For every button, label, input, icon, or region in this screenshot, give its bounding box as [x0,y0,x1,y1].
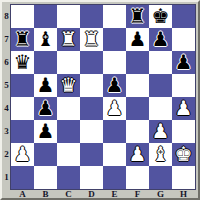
square-d4[interactable] [80,97,103,120]
square-c3[interactable] [57,120,80,143]
black-rook-piece[interactable]: ♜ [126,5,149,28]
black-pawn-piece[interactable]: ♟ [103,74,126,97]
square-c8[interactable] [57,5,80,28]
square-d1[interactable] [80,166,103,189]
file-label-c: C [57,189,80,200]
black-pawn-piece[interactable]: ♟ [34,97,57,120]
square-h4[interactable]: ♟ [172,97,195,120]
square-f5[interactable] [126,74,149,97]
square-f8[interactable]: ♜ [126,5,149,28]
square-c2[interactable] [57,143,80,166]
square-c5[interactable]: ♛ [57,74,80,97]
chess-board[interactable]: ♜♚♜♝♜♜♟♟♛♟♟♛♟♟♟♟♟♟♟♟♝♚ [11,5,195,189]
square-b1[interactable] [34,166,57,189]
square-g8[interactable]: ♚ [149,5,172,28]
square-h6[interactable]: ♟ [172,51,195,74]
square-b6[interactable] [34,51,57,74]
square-e2[interactable] [103,143,126,166]
square-g2[interactable]: ♝ [149,143,172,166]
square-a4[interactable] [11,97,34,120]
square-f2[interactable]: ♟ [126,143,149,166]
square-f6[interactable] [126,51,149,74]
square-c1[interactable] [57,166,80,189]
white-pawn-piece[interactable]: ♟ [11,143,34,166]
black-queen-piece[interactable]: ♛ [11,51,34,74]
file-label-d: D [80,189,103,200]
square-g6[interactable] [149,51,172,74]
square-a3[interactable] [11,120,34,143]
file-label-a: A [11,189,34,200]
square-c6[interactable] [57,51,80,74]
square-e3[interactable] [103,120,126,143]
square-b3[interactable]: ♟ [34,120,57,143]
square-f1[interactable] [126,166,149,189]
rank-label-4: 4 [2,97,11,120]
file-label-g: G [149,189,172,200]
white-king-piece[interactable]: ♚ [172,143,195,166]
rank-label-6: 6 [2,51,11,74]
black-pawn-piece[interactable]: ♟ [149,28,172,51]
white-pawn-piece[interactable]: ♟ [126,143,149,166]
file-label-e: E [103,189,126,200]
square-d8[interactable] [80,5,103,28]
square-c4[interactable] [57,97,80,120]
square-g5[interactable] [149,74,172,97]
rank-label-3: 3 [2,120,11,143]
square-e7[interactable] [103,28,126,51]
rank-label-7: 7 [2,28,11,51]
file-label-f: F [126,189,149,200]
square-b7[interactable]: ♝ [34,28,57,51]
square-a8[interactable] [11,5,34,28]
square-h5[interactable] [172,74,195,97]
square-b2[interactable] [34,143,57,166]
rank-label-2: 2 [2,143,11,166]
square-d7[interactable]: ♜ [80,28,103,51]
square-a5[interactable] [11,74,34,97]
black-pawn-piece[interactable]: ♟ [126,28,149,51]
white-bishop-piece[interactable]: ♝ [149,143,172,166]
board-frame: ♜♚♜♝♜♜♟♟♛♟♟♛♟♟♟♟♟♟♟♟♝♚ 87654321 ABCDEFGH [0,0,200,200]
square-d6[interactable] [80,51,103,74]
white-pawn-piece[interactable]: ♟ [172,97,195,120]
white-queen-piece[interactable]: ♛ [57,74,80,97]
square-h1[interactable] [172,166,195,189]
square-g3[interactable]: ♟ [149,120,172,143]
rank-label-5: 5 [2,74,11,97]
square-g7[interactable]: ♟ [149,28,172,51]
square-f7[interactable]: ♟ [126,28,149,51]
square-e6[interactable] [103,51,126,74]
white-pawn-piece[interactable]: ♟ [149,120,172,143]
square-h3[interactable] [172,120,195,143]
white-rook-piece[interactable]: ♜ [80,28,103,51]
square-g1[interactable] [149,166,172,189]
square-d5[interactable] [80,74,103,97]
rank-label-8: 8 [2,5,11,28]
square-a1[interactable] [11,166,34,189]
square-f4[interactable] [126,97,149,120]
square-b4[interactable]: ♟ [34,97,57,120]
square-e1[interactable] [103,166,126,189]
square-d2[interactable] [80,143,103,166]
square-b5[interactable]: ♟ [34,74,57,97]
square-a2[interactable]: ♟ [11,143,34,166]
square-a7[interactable]: ♜ [11,28,34,51]
rank-label-1: 1 [2,166,11,189]
black-rook-piece[interactable]: ♜ [11,28,34,51]
black-pawn-piece[interactable]: ♟ [34,120,57,143]
black-bishop-piece[interactable]: ♝ [34,28,57,51]
black-king-piece[interactable]: ♚ [149,5,172,28]
square-a6[interactable]: ♛ [11,51,34,74]
white-pawn-piece[interactable]: ♟ [103,97,126,120]
file-label-h: H [172,189,195,200]
square-h8[interactable] [172,5,195,28]
square-d3[interactable] [80,120,103,143]
square-b8[interactable] [34,5,57,28]
square-e5[interactable]: ♟ [103,74,126,97]
square-g4[interactable] [149,97,172,120]
square-e8[interactable] [103,5,126,28]
file-label-b: B [34,189,57,200]
square-e4[interactable]: ♟ [103,97,126,120]
square-h2[interactable]: ♚ [172,143,195,166]
white-rook-piece[interactable]: ♜ [57,28,80,51]
black-pawn-piece[interactable]: ♟ [172,51,195,74]
square-f3[interactable] [126,120,149,143]
black-pawn-piece[interactable]: ♟ [34,74,57,97]
square-c7[interactable]: ♜ [57,28,80,51]
square-h7[interactable] [172,28,195,51]
